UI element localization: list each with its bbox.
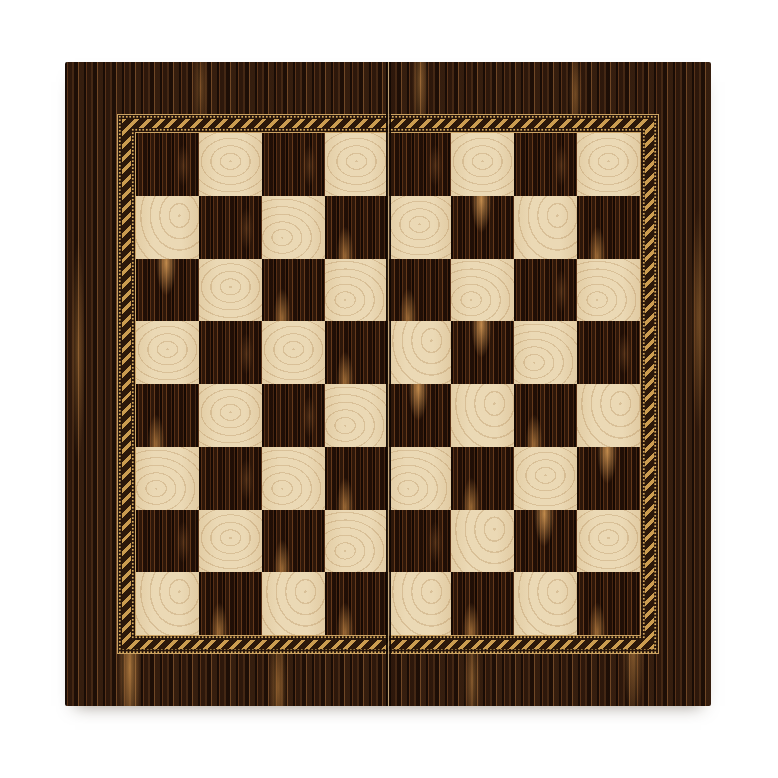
square-b7[interactable] [199, 196, 262, 259]
square-e4[interactable] [388, 384, 451, 447]
square-f7[interactable] [451, 196, 514, 259]
square-b3[interactable] [199, 447, 262, 510]
square-a3[interactable] [136, 447, 199, 510]
square-b1[interactable] [199, 572, 262, 635]
chess-board [65, 62, 711, 706]
square-c2[interactable] [262, 510, 325, 573]
square-b5[interactable] [199, 321, 262, 384]
square-a8[interactable] [136, 133, 199, 196]
square-h1[interactable] [577, 572, 640, 635]
square-c3[interactable] [262, 447, 325, 510]
square-f8[interactable] [451, 133, 514, 196]
fold-seam [386, 62, 391, 706]
square-c7[interactable] [262, 196, 325, 259]
square-g1[interactable] [514, 572, 577, 635]
square-h8[interactable] [577, 133, 640, 196]
square-b2[interactable] [199, 510, 262, 573]
square-d3[interactable] [325, 447, 388, 510]
square-a5[interactable] [136, 321, 199, 384]
square-f2[interactable] [451, 510, 514, 573]
square-f6[interactable] [451, 259, 514, 322]
photo-background [0, 0, 778, 778]
square-d5[interactable] [325, 321, 388, 384]
square-g4[interactable] [514, 384, 577, 447]
square-d7[interactable] [325, 196, 388, 259]
square-f3[interactable] [451, 447, 514, 510]
square-c5[interactable] [262, 321, 325, 384]
square-h2[interactable] [577, 510, 640, 573]
square-g7[interactable] [514, 196, 577, 259]
square-h7[interactable] [577, 196, 640, 259]
square-a6[interactable] [136, 259, 199, 322]
square-e5[interactable] [388, 321, 451, 384]
square-g6[interactable] [514, 259, 577, 322]
square-d1[interactable] [325, 572, 388, 635]
square-h3[interactable] [577, 447, 640, 510]
square-c6[interactable] [262, 259, 325, 322]
square-d6[interactable] [325, 259, 388, 322]
square-g2[interactable] [514, 510, 577, 573]
square-f5[interactable] [451, 321, 514, 384]
square-e6[interactable] [388, 259, 451, 322]
square-a2[interactable] [136, 510, 199, 573]
square-e8[interactable] [388, 133, 451, 196]
square-c1[interactable] [262, 572, 325, 635]
square-b4[interactable] [199, 384, 262, 447]
square-b6[interactable] [199, 259, 262, 322]
square-g8[interactable] [514, 133, 577, 196]
square-d2[interactable] [325, 510, 388, 573]
square-f1[interactable] [451, 572, 514, 635]
square-h6[interactable] [577, 259, 640, 322]
square-d4[interactable] [325, 384, 388, 447]
square-e3[interactable] [388, 447, 451, 510]
square-g5[interactable] [514, 321, 577, 384]
square-e1[interactable] [388, 572, 451, 635]
square-d8[interactable] [325, 133, 388, 196]
square-e2[interactable] [388, 510, 451, 573]
square-c8[interactable] [262, 133, 325, 196]
square-f4[interactable] [451, 384, 514, 447]
square-a7[interactable] [136, 196, 199, 259]
square-h4[interactable] [577, 384, 640, 447]
square-g3[interactable] [514, 447, 577, 510]
square-a1[interactable] [136, 572, 199, 635]
square-b8[interactable] [199, 133, 262, 196]
square-c4[interactable] [262, 384, 325, 447]
square-e7[interactable] [388, 196, 451, 259]
square-a4[interactable] [136, 384, 199, 447]
square-h5[interactable] [577, 321, 640, 384]
